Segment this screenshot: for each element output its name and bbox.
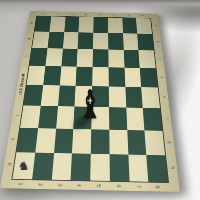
square-r5c3[interactable] [58, 85, 76, 106]
square-r8c4[interactable] [71, 153, 91, 180]
square-r5c8[interactable] [141, 87, 160, 108]
square-r2c4[interactable] [78, 32, 94, 49]
us-chess-logo-icon: ♞ [21, 73, 26, 77]
square-r1c8[interactable] [136, 18, 152, 34]
square-r3c2[interactable] [45, 48, 62, 66]
square-r2c7[interactable] [123, 33, 139, 50]
square-r3c8[interactable] [139, 50, 156, 68]
square-r6c3[interactable] [56, 106, 75, 129]
square-r1c2[interactable] [49, 16, 65, 32]
square-r1c3[interactable] [64, 17, 79, 33]
square-r1c4[interactable] [79, 17, 94, 33]
square-r4c6[interactable] [108, 67, 125, 87]
square-r4c2[interactable] [43, 66, 61, 85]
square-r6c7[interactable] [126, 108, 145, 131]
square-r7c3[interactable] [54, 129, 74, 154]
square-r6c8[interactable] [143, 108, 162, 131]
square-r3c4[interactable] [77, 49, 93, 67]
square-r3c6[interactable] [108, 50, 124, 68]
square-r4c3[interactable] [59, 66, 76, 85]
square-r2c8[interactable] [137, 34, 153, 51]
square-r2c3[interactable] [63, 32, 79, 49]
square-r2c6[interactable] [108, 33, 123, 50]
square-r1c7[interactable] [122, 18, 137, 34]
square-r2c5[interactable] [93, 33, 108, 50]
square-r7c7[interactable] [127, 130, 147, 155]
square-r6c2[interactable] [38, 106, 58, 129]
square-r8c6[interactable] [109, 154, 129, 181]
square-r8c3[interactable] [51, 153, 72, 180]
square-r5c7[interactable] [125, 87, 143, 108]
photo-scene: ♞ 12345678 12345678 abcdefgh abcdefgh ♞ … [0, 0, 200, 200]
square-r8c5[interactable] [90, 154, 109, 181]
square-r8c7[interactable] [128, 155, 149, 182]
square-r8c8[interactable] [146, 155, 167, 182]
square-r3c5[interactable] [93, 49, 109, 67]
square-r7c6[interactable] [109, 130, 128, 155]
square-r7c2[interactable] [35, 128, 56, 153]
square-r3c3[interactable] [61, 49, 78, 67]
square-r7c4[interactable] [72, 129, 91, 154]
square-r4c8[interactable] [140, 68, 158, 88]
square-r5c6[interactable] [109, 86, 126, 107]
square-r5c2[interactable] [41, 85, 60, 106]
square-r6c6[interactable] [109, 107, 127, 130]
square-r1c5[interactable] [93, 17, 108, 33]
square-r2c2[interactable] [47, 32, 64, 49]
square-r4c7[interactable] [124, 68, 141, 88]
square-r7c5[interactable] [91, 129, 110, 154]
black-bishop-piece[interactable]: ♝ [78, 84, 100, 126]
square-r1c6[interactable] [108, 18, 123, 34]
square-r8c2[interactable] [32, 153, 54, 180]
square-r3c7[interactable] [123, 50, 140, 68]
square-r7c8[interactable] [145, 130, 165, 155]
